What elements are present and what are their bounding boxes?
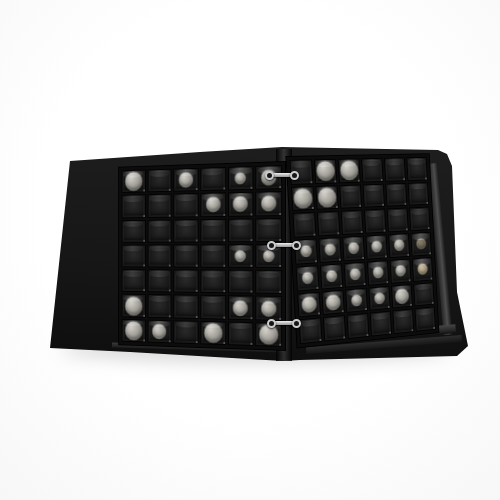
- pocket-window: [319, 213, 338, 234]
- pocket-cell: [228, 321, 254, 346]
- pocket-cell: [174, 320, 199, 344]
- pocket-cell: [365, 235, 387, 260]
- pocket-cell: [318, 237, 341, 263]
- pocket-window: [389, 210, 407, 231]
- pocket-window: [258, 220, 281, 240]
- coin: [203, 322, 222, 343]
- pocket-cell: [299, 318, 323, 345]
- pocket-window: [258, 272, 281, 292]
- pocket-cell: [147, 294, 171, 318]
- pocket-window: [410, 184, 428, 204]
- pocket-cell: [147, 169, 171, 193]
- pocket-window: [364, 185, 383, 206]
- pocket-cell: [384, 157, 406, 181]
- binder-ring-top: [265, 168, 299, 184]
- pocket-cell: [228, 166, 254, 191]
- pocket-window: [387, 185, 405, 205]
- pocket-cell: [122, 269, 146, 292]
- pocket-window: [149, 171, 170, 191]
- pocket-window: [366, 211, 385, 232]
- pocket-cell: [297, 291, 321, 317]
- pocket-cell: [321, 289, 344, 315]
- right-pocket-page: [285, 153, 439, 348]
- ring-loop-icon: [267, 241, 276, 250]
- pocket-cell: [200, 193, 225, 217]
- pocket-window: [149, 246, 170, 265]
- pocket-cell: [368, 285, 390, 310]
- ring-loop-icon: [292, 241, 301, 250]
- pocket-cell: [293, 212, 317, 238]
- pocket-window: [363, 160, 382, 180]
- ring-loop-icon: [265, 171, 274, 180]
- pocket-window: [123, 271, 144, 290]
- pocket-window: [202, 272, 224, 292]
- coin: [124, 320, 142, 340]
- pocket-window: [175, 272, 196, 292]
- pocket-window: [416, 309, 434, 330]
- pocket-cell: [410, 232, 431, 256]
- pocket-cell: [361, 158, 383, 182]
- pocket-cell: [413, 282, 434, 307]
- pocket-window: [411, 209, 429, 229]
- pocket-cell: [200, 244, 225, 268]
- coin: [152, 323, 167, 340]
- ring-loop-icon: [267, 319, 276, 328]
- coin: [233, 299, 249, 316]
- pocket-window: [230, 323, 252, 344]
- pocket-window: [202, 297, 224, 317]
- pocket-cell: [174, 270, 199, 294]
- pocket-window: [149, 221, 170, 241]
- pocket-cell: [174, 295, 199, 319]
- pocket-window: [202, 246, 224, 266]
- pocket-window: [386, 159, 404, 179]
- pocket-cell: [122, 319, 146, 343]
- pocket-cell: [147, 194, 171, 218]
- pocket-cell: [385, 183, 407, 207]
- pocket-cell: [314, 159, 337, 184]
- pocket-window: [175, 195, 196, 215]
- pocket-cell: [363, 183, 385, 208]
- pocket-cell: [122, 170, 146, 194]
- pocket-cell: [392, 309, 414, 334]
- pocket-cell: [296, 265, 320, 291]
- pocket-cell: [415, 307, 436, 332]
- binder-ring-bottom: [267, 316, 301, 332]
- pocket-cell: [256, 270, 283, 294]
- left-pocket-page: [118, 161, 286, 351]
- pocket-cell: [200, 295, 225, 319]
- pocket-window: [175, 246, 196, 266]
- ring-loop-icon: [292, 319, 301, 328]
- pocket-window: [325, 317, 344, 339]
- ring-loop-icon: [290, 171, 299, 180]
- pocket-window: [123, 246, 144, 265]
- pocket-cell: [345, 287, 368, 313]
- pocket-cell: [228, 244, 254, 268]
- pocket-window: [415, 284, 433, 305]
- pocket-cell: [174, 244, 199, 268]
- binder-ring-middle: [267, 238, 301, 254]
- pocket-cell: [228, 296, 254, 320]
- pocket-cell: [122, 244, 146, 267]
- pocket-window: [295, 214, 315, 236]
- pocket-cell: [315, 185, 338, 210]
- pocket-cell: [228, 192, 254, 216]
- pocket-window: [349, 315, 368, 337]
- pocket-cell: [323, 315, 346, 341]
- pocket-cell: [256, 191, 283, 216]
- pocket-cell: [412, 257, 433, 282]
- pocket-cell: [320, 263, 343, 289]
- pocket-cell: [122, 294, 146, 317]
- pocket-window: [202, 220, 224, 240]
- pocket-cell: [344, 262, 367, 288]
- pocket-cell: [339, 184, 362, 209]
- pocket-window: [175, 221, 196, 241]
- pocket-window: [230, 272, 252, 292]
- pocket-cell: [174, 168, 199, 192]
- pocket-window: [408, 159, 426, 179]
- pocket-cell: [342, 236, 365, 261]
- pocket-cell: [408, 182, 429, 206]
- pocket-window: [175, 297, 196, 317]
- pocket-cell: [409, 207, 430, 231]
- pocket-window: [301, 320, 321, 342]
- pocket-cell: [228, 218, 254, 242]
- pocket-cell: [388, 233, 410, 258]
- pocket-cell: [364, 209, 386, 234]
- pocket-window: [394, 311, 412, 332]
- pocket-window: [149, 271, 170, 291]
- pocket-cell: [406, 157, 427, 181]
- pocket-cell: [200, 167, 225, 191]
- pocket-cell: [174, 193, 199, 217]
- pocket-cell: [387, 208, 409, 233]
- pocket-cell: [390, 258, 412, 283]
- pocket-cell: [200, 270, 225, 294]
- pocket-cell: [200, 321, 225, 345]
- pocket-cell: [391, 284, 413, 309]
- pocket-window: [149, 196, 170, 216]
- pocket-cell: [291, 186, 315, 211]
- pocket-cell: [370, 311, 392, 337]
- pocket-cell: [122, 195, 146, 218]
- pocket-cell: [341, 210, 364, 235]
- pocket-cell: [147, 219, 171, 242]
- pocket-window: [343, 212, 362, 233]
- pocket-cell: [174, 219, 199, 243]
- pocket-cell: [200, 218, 225, 242]
- pocket-window: [230, 220, 252, 240]
- pocket-cell: [228, 270, 254, 294]
- photo-stage: [0, 0, 500, 500]
- pocket-cell: [147, 319, 171, 343]
- pocket-cell: [367, 260, 389, 285]
- pocket-window: [123, 196, 144, 216]
- pocket-cell: [317, 211, 340, 236]
- pocket-cell: [338, 158, 361, 183]
- pocket-window: [372, 313, 391, 335]
- pocket-cell: [347, 313, 370, 339]
- pocket-cell: [122, 219, 146, 242]
- coin: [235, 250, 247, 263]
- pocket-window: [202, 169, 224, 189]
- coin: [124, 296, 142, 316]
- pocket-window: [341, 186, 360, 207]
- pocket-window: [123, 221, 144, 240]
- pocket-window: [149, 296, 170, 316]
- coin: [261, 300, 277, 317]
- pocket-cell: [147, 244, 171, 267]
- pocket-window: [175, 322, 196, 342]
- pocket-cell: [147, 269, 171, 292]
